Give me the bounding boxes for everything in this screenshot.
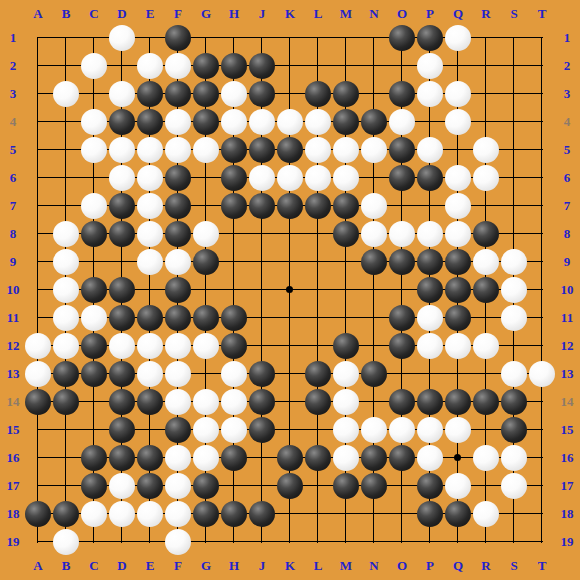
intersection-A15[interactable] xyxy=(24,416,52,444)
intersection-M12[interactable] xyxy=(332,332,360,360)
intersection-E18[interactable] xyxy=(136,500,164,528)
intersection-N12[interactable] xyxy=(360,332,388,360)
intersection-T17[interactable] xyxy=(528,472,556,500)
intersection-F16[interactable] xyxy=(164,444,192,472)
intersection-R5[interactable] xyxy=(472,136,500,164)
intersection-E11[interactable] xyxy=(136,304,164,332)
intersection-G7[interactable] xyxy=(192,192,220,220)
intersection-M4[interactable] xyxy=(332,108,360,136)
intersection-G8[interactable] xyxy=(192,220,220,248)
intersection-P15[interactable] xyxy=(416,416,444,444)
intersection-K17[interactable] xyxy=(276,472,304,500)
intersection-H13[interactable] xyxy=(220,360,248,388)
intersection-M3[interactable] xyxy=(332,80,360,108)
intersection-B9[interactable] xyxy=(52,248,80,276)
intersection-F5[interactable] xyxy=(164,136,192,164)
intersection-M18[interactable] xyxy=(332,500,360,528)
intersection-E1[interactable] xyxy=(136,24,164,52)
intersection-O13[interactable] xyxy=(388,360,416,388)
intersection-J8[interactable] xyxy=(248,220,276,248)
intersection-O15[interactable] xyxy=(388,416,416,444)
intersection-T18[interactable] xyxy=(528,500,556,528)
intersection-D11[interactable] xyxy=(108,304,136,332)
intersection-H14[interactable] xyxy=(220,388,248,416)
intersection-E14[interactable] xyxy=(136,388,164,416)
intersection-L12[interactable] xyxy=(304,332,332,360)
intersection-F17[interactable] xyxy=(164,472,192,500)
intersection-G12[interactable] xyxy=(192,332,220,360)
intersection-F9[interactable] xyxy=(164,248,192,276)
intersection-P6[interactable] xyxy=(416,164,444,192)
intersection-F19[interactable] xyxy=(164,528,192,556)
intersection-Q4[interactable] xyxy=(444,108,472,136)
intersection-N1[interactable] xyxy=(360,24,388,52)
intersection-S7[interactable] xyxy=(500,192,528,220)
intersection-H10[interactable] xyxy=(220,276,248,304)
intersection-J14[interactable] xyxy=(248,388,276,416)
intersection-N14[interactable] xyxy=(360,388,388,416)
intersection-N16[interactable] xyxy=(360,444,388,472)
intersection-B13[interactable] xyxy=(52,360,80,388)
intersection-A16[interactable] xyxy=(24,444,52,472)
intersection-M15[interactable] xyxy=(332,416,360,444)
intersection-H4[interactable] xyxy=(220,108,248,136)
intersection-K11[interactable] xyxy=(276,304,304,332)
intersection-K3[interactable] xyxy=(276,80,304,108)
intersection-N8[interactable] xyxy=(360,220,388,248)
intersection-P11[interactable] xyxy=(416,304,444,332)
intersection-N15[interactable] xyxy=(360,416,388,444)
intersection-G5[interactable] xyxy=(192,136,220,164)
intersection-O5[interactable] xyxy=(388,136,416,164)
intersection-K6[interactable] xyxy=(276,164,304,192)
intersection-K13[interactable] xyxy=(276,360,304,388)
intersection-R16[interactable] xyxy=(472,444,500,472)
intersection-A5[interactable] xyxy=(24,136,52,164)
intersection-K12[interactable] xyxy=(276,332,304,360)
intersection-N3[interactable] xyxy=(360,80,388,108)
intersection-A13[interactable] xyxy=(24,360,52,388)
intersection-S8[interactable] xyxy=(500,220,528,248)
intersection-F12[interactable] xyxy=(164,332,192,360)
intersection-Q16[interactable] xyxy=(444,444,472,472)
intersection-R6[interactable] xyxy=(472,164,500,192)
intersection-N4[interactable] xyxy=(360,108,388,136)
intersection-M17[interactable] xyxy=(332,472,360,500)
intersection-L14[interactable] xyxy=(304,388,332,416)
intersection-K2[interactable] xyxy=(276,52,304,80)
intersection-N11[interactable] xyxy=(360,304,388,332)
intersection-R11[interactable] xyxy=(472,304,500,332)
intersection-E13[interactable] xyxy=(136,360,164,388)
intersection-G13[interactable] xyxy=(192,360,220,388)
intersection-H12[interactable] xyxy=(220,332,248,360)
intersection-F8[interactable] xyxy=(164,220,192,248)
intersection-M19[interactable] xyxy=(332,528,360,556)
intersection-B19[interactable] xyxy=(52,528,80,556)
intersection-K9[interactable] xyxy=(276,248,304,276)
intersection-O6[interactable] xyxy=(388,164,416,192)
intersection-G6[interactable] xyxy=(192,164,220,192)
intersection-L18[interactable] xyxy=(304,500,332,528)
intersection-C8[interactable] xyxy=(80,220,108,248)
intersection-G16[interactable] xyxy=(192,444,220,472)
intersection-D9[interactable] xyxy=(108,248,136,276)
intersection-G19[interactable] xyxy=(192,528,220,556)
intersection-S6[interactable] xyxy=(500,164,528,192)
intersection-C2[interactable] xyxy=(80,52,108,80)
intersection-N6[interactable] xyxy=(360,164,388,192)
intersection-B12[interactable] xyxy=(52,332,80,360)
intersection-R4[interactable] xyxy=(472,108,500,136)
intersection-D17[interactable] xyxy=(108,472,136,500)
intersection-K4[interactable] xyxy=(276,108,304,136)
intersection-A4[interactable] xyxy=(24,108,52,136)
intersection-T15[interactable] xyxy=(528,416,556,444)
intersection-R19[interactable] xyxy=(472,528,500,556)
intersection-Q19[interactable] xyxy=(444,528,472,556)
intersection-C15[interactable] xyxy=(80,416,108,444)
intersection-Q3[interactable] xyxy=(444,80,472,108)
intersection-M5[interactable] xyxy=(332,136,360,164)
intersection-D16[interactable] xyxy=(108,444,136,472)
intersection-R15[interactable] xyxy=(472,416,500,444)
intersection-P18[interactable] xyxy=(416,500,444,528)
intersection-J17[interactable] xyxy=(248,472,276,500)
intersection-P8[interactable] xyxy=(416,220,444,248)
intersection-E7[interactable] xyxy=(136,192,164,220)
intersection-O8[interactable] xyxy=(388,220,416,248)
intersection-H3[interactable] xyxy=(220,80,248,108)
intersection-S4[interactable] xyxy=(500,108,528,136)
intersection-Q9[interactable] xyxy=(444,248,472,276)
intersection-L1[interactable] xyxy=(304,24,332,52)
intersection-C6[interactable] xyxy=(80,164,108,192)
intersection-C5[interactable] xyxy=(80,136,108,164)
intersection-B3[interactable] xyxy=(52,80,80,108)
intersection-S11[interactable] xyxy=(500,304,528,332)
intersection-S15[interactable] xyxy=(500,416,528,444)
intersection-O4[interactable] xyxy=(388,108,416,136)
intersection-A7[interactable] xyxy=(24,192,52,220)
intersection-H2[interactable] xyxy=(220,52,248,80)
intersection-N5[interactable] xyxy=(360,136,388,164)
intersection-M6[interactable] xyxy=(332,164,360,192)
intersection-G14[interactable] xyxy=(192,388,220,416)
intersection-L9[interactable] xyxy=(304,248,332,276)
intersection-O18[interactable] xyxy=(388,500,416,528)
intersection-L17[interactable] xyxy=(304,472,332,500)
intersection-G18[interactable] xyxy=(192,500,220,528)
intersection-B2[interactable] xyxy=(52,52,80,80)
intersection-F6[interactable] xyxy=(164,164,192,192)
intersection-H1[interactable] xyxy=(220,24,248,52)
intersection-F2[interactable] xyxy=(164,52,192,80)
intersection-D18[interactable] xyxy=(108,500,136,528)
intersection-L4[interactable] xyxy=(304,108,332,136)
intersection-Q7[interactable] xyxy=(444,192,472,220)
intersection-E6[interactable] xyxy=(136,164,164,192)
intersection-B6[interactable] xyxy=(52,164,80,192)
intersection-G9[interactable] xyxy=(192,248,220,276)
intersection-E17[interactable] xyxy=(136,472,164,500)
intersection-L5[interactable] xyxy=(304,136,332,164)
intersection-L8[interactable] xyxy=(304,220,332,248)
intersection-B7[interactable] xyxy=(52,192,80,220)
intersection-C18[interactable] xyxy=(80,500,108,528)
intersection-Q13[interactable] xyxy=(444,360,472,388)
intersection-D13[interactable] xyxy=(108,360,136,388)
intersection-O17[interactable] xyxy=(388,472,416,500)
intersection-E5[interactable] xyxy=(136,136,164,164)
intersection-M2[interactable] xyxy=(332,52,360,80)
intersection-P7[interactable] xyxy=(416,192,444,220)
intersection-M8[interactable] xyxy=(332,220,360,248)
intersection-J5[interactable] xyxy=(248,136,276,164)
intersection-S19[interactable] xyxy=(500,528,528,556)
intersection-K19[interactable] xyxy=(276,528,304,556)
intersection-F18[interactable] xyxy=(164,500,192,528)
intersection-B5[interactable] xyxy=(52,136,80,164)
intersection-Q11[interactable] xyxy=(444,304,472,332)
intersection-O3[interactable] xyxy=(388,80,416,108)
intersection-L16[interactable] xyxy=(304,444,332,472)
intersection-H16[interactable] xyxy=(220,444,248,472)
intersection-C9[interactable] xyxy=(80,248,108,276)
intersection-Q12[interactable] xyxy=(444,332,472,360)
intersection-D4[interactable] xyxy=(108,108,136,136)
intersection-S16[interactable] xyxy=(500,444,528,472)
intersection-B17[interactable] xyxy=(52,472,80,500)
intersection-R12[interactable] xyxy=(472,332,500,360)
intersection-G3[interactable] xyxy=(192,80,220,108)
intersection-P2[interactable] xyxy=(416,52,444,80)
intersection-M11[interactable] xyxy=(332,304,360,332)
intersection-T11[interactable] xyxy=(528,304,556,332)
intersection-B1[interactable] xyxy=(52,24,80,52)
intersection-R18[interactable] xyxy=(472,500,500,528)
intersection-S5[interactable] xyxy=(500,136,528,164)
intersection-L7[interactable] xyxy=(304,192,332,220)
intersection-C13[interactable] xyxy=(80,360,108,388)
intersection-N7[interactable] xyxy=(360,192,388,220)
intersection-D1[interactable] xyxy=(108,24,136,52)
intersection-E3[interactable] xyxy=(136,80,164,108)
intersection-O9[interactable] xyxy=(388,248,416,276)
intersection-T5[interactable] xyxy=(528,136,556,164)
intersection-P1[interactable] xyxy=(416,24,444,52)
intersection-J10[interactable] xyxy=(248,276,276,304)
intersection-C12[interactable] xyxy=(80,332,108,360)
intersection-C11[interactable] xyxy=(80,304,108,332)
intersection-H6[interactable] xyxy=(220,164,248,192)
intersection-O19[interactable] xyxy=(388,528,416,556)
intersection-M10[interactable] xyxy=(332,276,360,304)
intersection-C16[interactable] xyxy=(80,444,108,472)
intersection-H11[interactable] xyxy=(220,304,248,332)
intersection-O14[interactable] xyxy=(388,388,416,416)
intersection-B11[interactable] xyxy=(52,304,80,332)
intersection-K7[interactable] xyxy=(276,192,304,220)
intersection-D15[interactable] xyxy=(108,416,136,444)
intersection-B10[interactable] xyxy=(52,276,80,304)
intersection-A18[interactable] xyxy=(24,500,52,528)
intersection-D2[interactable] xyxy=(108,52,136,80)
intersection-N18[interactable] xyxy=(360,500,388,528)
intersection-O11[interactable] xyxy=(388,304,416,332)
intersection-F4[interactable] xyxy=(164,108,192,136)
intersection-F7[interactable] xyxy=(164,192,192,220)
intersection-M14[interactable] xyxy=(332,388,360,416)
intersection-B15[interactable] xyxy=(52,416,80,444)
intersection-T19[interactable] xyxy=(528,528,556,556)
intersection-R13[interactable] xyxy=(472,360,500,388)
intersection-S10[interactable] xyxy=(500,276,528,304)
intersection-A9[interactable] xyxy=(24,248,52,276)
intersection-F11[interactable] xyxy=(164,304,192,332)
intersection-B16[interactable] xyxy=(52,444,80,472)
intersection-B18[interactable] xyxy=(52,500,80,528)
intersection-D10[interactable] xyxy=(108,276,136,304)
intersection-M13[interactable] xyxy=(332,360,360,388)
intersection-T10[interactable] xyxy=(528,276,556,304)
intersection-J3[interactable] xyxy=(248,80,276,108)
intersection-Q8[interactable] xyxy=(444,220,472,248)
intersection-Q1[interactable] xyxy=(444,24,472,52)
intersection-K1[interactable] xyxy=(276,24,304,52)
intersection-N10[interactable] xyxy=(360,276,388,304)
intersection-P13[interactable] xyxy=(416,360,444,388)
intersection-S2[interactable] xyxy=(500,52,528,80)
intersection-O1[interactable] xyxy=(388,24,416,52)
intersection-D6[interactable] xyxy=(108,164,136,192)
intersection-G11[interactable] xyxy=(192,304,220,332)
intersection-S12[interactable] xyxy=(500,332,528,360)
intersection-T12[interactable] xyxy=(528,332,556,360)
intersection-N9[interactable] xyxy=(360,248,388,276)
intersection-E9[interactable] xyxy=(136,248,164,276)
intersection-R3[interactable] xyxy=(472,80,500,108)
intersection-T2[interactable] xyxy=(528,52,556,80)
intersection-M7[interactable] xyxy=(332,192,360,220)
intersection-J1[interactable] xyxy=(248,24,276,52)
intersection-H5[interactable] xyxy=(220,136,248,164)
intersection-J19[interactable] xyxy=(248,528,276,556)
intersection-E2[interactable] xyxy=(136,52,164,80)
intersection-A8[interactable] xyxy=(24,220,52,248)
intersection-N2[interactable] xyxy=(360,52,388,80)
intersection-A17[interactable] xyxy=(24,472,52,500)
intersection-L2[interactable] xyxy=(304,52,332,80)
intersection-P17[interactable] xyxy=(416,472,444,500)
intersection-J6[interactable] xyxy=(248,164,276,192)
intersection-M1[interactable] xyxy=(332,24,360,52)
intersection-B4[interactable] xyxy=(52,108,80,136)
intersection-R2[interactable] xyxy=(472,52,500,80)
intersection-E8[interactable] xyxy=(136,220,164,248)
intersection-C3[interactable] xyxy=(80,80,108,108)
intersection-P5[interactable] xyxy=(416,136,444,164)
intersection-J18[interactable] xyxy=(248,500,276,528)
intersection-L6[interactable] xyxy=(304,164,332,192)
intersection-T3[interactable] xyxy=(528,80,556,108)
intersection-E19[interactable] xyxy=(136,528,164,556)
intersection-L3[interactable] xyxy=(304,80,332,108)
intersection-R7[interactable] xyxy=(472,192,500,220)
intersection-Q2[interactable] xyxy=(444,52,472,80)
intersection-C19[interactable] xyxy=(80,528,108,556)
intersection-F10[interactable] xyxy=(164,276,192,304)
intersection-H8[interactable] xyxy=(220,220,248,248)
intersection-T7[interactable] xyxy=(528,192,556,220)
intersection-K8[interactable] xyxy=(276,220,304,248)
intersection-N13[interactable] xyxy=(360,360,388,388)
intersection-D5[interactable] xyxy=(108,136,136,164)
intersection-J4[interactable] xyxy=(248,108,276,136)
intersection-R8[interactable] xyxy=(472,220,500,248)
intersection-L13[interactable] xyxy=(304,360,332,388)
intersection-J2[interactable] xyxy=(248,52,276,80)
intersection-A19[interactable] xyxy=(24,528,52,556)
intersection-A6[interactable] xyxy=(24,164,52,192)
intersection-A1[interactable] xyxy=(24,24,52,52)
intersection-E15[interactable] xyxy=(136,416,164,444)
intersection-P14[interactable] xyxy=(416,388,444,416)
intersection-K16[interactable] xyxy=(276,444,304,472)
intersection-D12[interactable] xyxy=(108,332,136,360)
intersection-P4[interactable] xyxy=(416,108,444,136)
intersection-R1[interactable] xyxy=(472,24,500,52)
intersection-J11[interactable] xyxy=(248,304,276,332)
intersection-H18[interactable] xyxy=(220,500,248,528)
intersection-J7[interactable] xyxy=(248,192,276,220)
intersection-J9[interactable] xyxy=(248,248,276,276)
intersection-Q18[interactable] xyxy=(444,500,472,528)
intersection-K10[interactable] xyxy=(276,276,304,304)
intersection-A14[interactable] xyxy=(24,388,52,416)
intersection-P16[interactable] xyxy=(416,444,444,472)
intersection-E16[interactable] xyxy=(136,444,164,472)
intersection-O10[interactable] xyxy=(388,276,416,304)
intersection-B8[interactable] xyxy=(52,220,80,248)
intersection-G15[interactable] xyxy=(192,416,220,444)
intersection-C4[interactable] xyxy=(80,108,108,136)
intersection-O16[interactable] xyxy=(388,444,416,472)
intersection-T4[interactable] xyxy=(528,108,556,136)
intersection-L11[interactable] xyxy=(304,304,332,332)
intersection-F15[interactable] xyxy=(164,416,192,444)
intersection-T13[interactable] xyxy=(528,360,556,388)
intersection-S13[interactable] xyxy=(500,360,528,388)
intersection-Q5[interactable] xyxy=(444,136,472,164)
intersection-P12[interactable] xyxy=(416,332,444,360)
intersection-Q15[interactable] xyxy=(444,416,472,444)
intersection-D19[interactable] xyxy=(108,528,136,556)
intersection-L10[interactable] xyxy=(304,276,332,304)
intersection-P10[interactable] xyxy=(416,276,444,304)
intersection-A10[interactable] xyxy=(24,276,52,304)
intersection-L19[interactable] xyxy=(304,528,332,556)
intersection-D3[interactable] xyxy=(108,80,136,108)
intersection-S18[interactable] xyxy=(500,500,528,528)
intersection-C17[interactable] xyxy=(80,472,108,500)
intersection-F14[interactable] xyxy=(164,388,192,416)
intersection-T16[interactable] xyxy=(528,444,556,472)
intersection-O2[interactable] xyxy=(388,52,416,80)
intersection-J16[interactable] xyxy=(248,444,276,472)
intersection-K5[interactable] xyxy=(276,136,304,164)
intersection-D8[interactable] xyxy=(108,220,136,248)
